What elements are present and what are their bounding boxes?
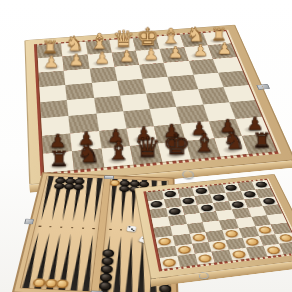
backgammon-point[interactable] <box>80 235 99 292</box>
checker-piece-black[interactable] <box>255 181 268 188</box>
checker-piece-wood[interactable] <box>197 254 212 263</box>
backgammon-checker-black[interactable] <box>99 281 112 290</box>
backgammon-checker-wood[interactable] <box>32 278 46 287</box>
chess-square[interactable] <box>114 64 142 80</box>
checkers-square[interactable] <box>200 211 219 222</box>
checkers-grid <box>146 180 292 269</box>
checker-piece-black[interactable] <box>195 187 208 194</box>
checker-piece-black[interactable] <box>164 191 177 198</box>
checker-piece-wood[interactable] <box>158 237 172 246</box>
checkers-square[interactable] <box>184 213 203 224</box>
checker-piece-wood[interactable] <box>177 245 191 254</box>
checker-piece-black[interactable] <box>225 184 238 191</box>
backgammon-checker-wood[interactable] <box>44 279 58 288</box>
checker-piece-wood[interactable] <box>225 230 239 238</box>
backgammon-point[interactable] <box>20 232 44 288</box>
chess-piece-light-pawn[interactable]: ♟ <box>212 41 237 57</box>
peg-hole <box>131 230 133 232</box>
chess-piece-light-pawn[interactable]: ♟ <box>188 43 213 59</box>
chess-square[interactable] <box>65 83 93 100</box>
checker-piece-black[interactable] <box>168 208 181 216</box>
peg-hole <box>120 229 123 231</box>
chess-square[interactable]: ♟ <box>87 53 114 69</box>
chess-piece-light-pawn[interactable]: ♟ <box>39 54 64 70</box>
checkers-square[interactable] <box>216 210 235 221</box>
backgammon-checker-black[interactable] <box>119 185 130 191</box>
checker-piece-wood[interactable] <box>245 238 260 247</box>
checker-piece-black[interactable] <box>151 201 164 208</box>
peg-hole <box>39 225 42 227</box>
peg-hole <box>71 227 74 229</box>
checkers-board-view <box>134 136 292 292</box>
chess-square[interactable] <box>120 94 150 112</box>
peg-hole <box>81 227 84 229</box>
checker-piece-wood[interactable] <box>162 258 176 267</box>
checker-piece-wood[interactable] <box>192 233 206 242</box>
backgammon-point[interactable] <box>56 234 77 291</box>
checker-piece-wood[interactable] <box>266 246 281 255</box>
backgammon-checker-wood[interactable] <box>109 180 120 186</box>
backgammon-point[interactable] <box>68 234 88 291</box>
backgammon-checker-black[interactable] <box>53 183 64 189</box>
chess-piece-light-pawn[interactable]: ♟ <box>163 45 188 61</box>
checker-piece-black[interactable] <box>182 197 195 204</box>
peg-hole <box>60 226 63 228</box>
chess-square[interactable]: ♟ <box>38 57 64 73</box>
checker-piece-black[interactable] <box>213 194 226 201</box>
peg-hole <box>49 226 52 228</box>
backgammon-checker-black[interactable] <box>102 249 114 257</box>
backgammon-point[interactable] <box>99 235 116 292</box>
chess-square[interactable]: ♟ <box>160 47 188 62</box>
checkers-board <box>134 174 292 279</box>
checkers-square[interactable] <box>251 215 271 226</box>
chess-square[interactable] <box>198 87 229 105</box>
chess-square[interactable]: ♟ <box>63 55 90 71</box>
chess-piece-light-pawn[interactable]: ♟ <box>139 47 164 63</box>
checker-piece-wood[interactable] <box>212 241 227 250</box>
chess-piece-light-pawn[interactable]: ♟ <box>114 48 139 64</box>
chess-square[interactable] <box>117 79 146 96</box>
chess-square[interactable] <box>64 68 91 84</box>
checkers-frame <box>134 174 292 279</box>
checker-piece-wood[interactable] <box>258 226 273 234</box>
checkers-square[interactable] <box>166 206 184 217</box>
checkers-square[interactable] <box>212 250 233 263</box>
checker-piece-black[interactable] <box>262 198 276 205</box>
chess-square[interactable] <box>89 66 117 82</box>
hinge <box>103 175 113 179</box>
checker-piece-black[interactable] <box>200 204 213 212</box>
backgammon-checker-black[interactable] <box>101 257 113 266</box>
backgammon-checker-black[interactable] <box>100 273 113 282</box>
chess-square[interactable]: ♟ <box>112 51 139 66</box>
backgammon-point[interactable] <box>44 233 66 289</box>
checker-piece-wood[interactable] <box>278 234 292 243</box>
chess-square[interactable]: ♟ <box>136 49 164 64</box>
die-pip <box>131 228 133 230</box>
metal-clasp <box>24 218 34 224</box>
peg-hole <box>109 229 112 231</box>
backgammon-checker-wood[interactable] <box>56 279 70 288</box>
checker-piece-black[interactable] <box>231 201 245 208</box>
chess-piece-light-pawn[interactable]: ♟ <box>89 50 114 66</box>
checker-piece-black[interactable] <box>243 191 256 198</box>
backgammon-left-half <box>20 176 105 292</box>
chess-square[interactable]: ♟ <box>184 46 213 61</box>
chess-piece-light-pawn[interactable]: ♟ <box>64 52 89 68</box>
backgammon-checker-black[interactable] <box>100 265 113 274</box>
backgammon-point[interactable] <box>32 233 55 289</box>
backgammon-checker-black[interactable] <box>73 184 84 190</box>
backgammon-point[interactable] <box>111 236 127 292</box>
checker-piece-wood[interactable] <box>232 250 247 259</box>
chess-square[interactable] <box>213 57 243 73</box>
product-photo: ♜♞♝♛♚♝♞♜♟♟♟♟♟♟♟♟♟♟♟♟♟♟♟♟♜♞♝♛♚♝♞♜ <box>0 0 292 292</box>
peg-hole <box>92 228 95 230</box>
